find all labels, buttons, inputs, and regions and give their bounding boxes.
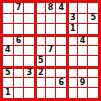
cell-r2c9[interactable]: 5: [88, 14, 98, 24]
cell-r3c1[interactable]: [3, 24, 13, 34]
cell-r5c5[interactable]: 7: [46, 46, 56, 56]
cell-r5c6[interactable]: [56, 46, 66, 56]
cell-r8c7[interactable]: [67, 78, 77, 88]
cell-r5c1[interactable]: 4: [3, 46, 13, 56]
cell-r6c1[interactable]: [3, 56, 13, 66]
cell-r4c6[interactable]: [56, 35, 66, 45]
cell-r7c1[interactable]: 5: [3, 67, 13, 77]
cell-r2c1[interactable]: [3, 14, 13, 24]
cell-r9c5[interactable]: [46, 88, 56, 98]
cell-r3c4[interactable]: [35, 24, 45, 34]
cell-r1c9[interactable]: [88, 3, 98, 13]
cell-r6c6[interactable]: [56, 56, 66, 66]
cell-r9c1[interactable]: 1: [3, 88, 13, 98]
cell-r4c4[interactable]: [35, 35, 45, 45]
cell-r4c9[interactable]: [88, 35, 98, 45]
cell-r5c7[interactable]: [67, 46, 77, 56]
cell-r7c5[interactable]: [46, 67, 56, 77]
cell-r8c8[interactable]: 9: [78, 78, 88, 88]
cell-r8c3[interactable]: [24, 78, 34, 88]
cell-r9c4[interactable]: [35, 88, 45, 98]
cell-r8c6[interactable]: 6: [56, 78, 66, 88]
cell-r1c7[interactable]: [67, 3, 77, 13]
cell-r7c8[interactable]: [78, 67, 88, 77]
cell-r5c9[interactable]: [88, 46, 98, 56]
cell-r8c9[interactable]: [88, 78, 98, 88]
cell-r4c3[interactable]: [24, 35, 34, 45]
cell-r3c5[interactable]: [46, 24, 56, 34]
cell-r3c2[interactable]: [14, 24, 24, 34]
cell-r4c7[interactable]: [67, 35, 77, 45]
cell-r1c4[interactable]: [35, 3, 45, 13]
cell-r4c1[interactable]: [3, 35, 13, 45]
cell-r6c2[interactable]: [14, 56, 24, 66]
cell-r2c8[interactable]: [78, 14, 88, 24]
cell-r5c3[interactable]: [24, 46, 34, 56]
cell-r6c7[interactable]: [67, 56, 77, 66]
cell-r4c8[interactable]: 4: [78, 35, 88, 45]
cell-r1c1[interactable]: [3, 3, 13, 13]
cell-r3c7[interactable]: 1: [67, 24, 77, 34]
cell-r5c2[interactable]: [14, 46, 24, 56]
cell-r7c3[interactable]: 3: [24, 67, 34, 77]
cell-r2c7[interactable]: 3: [67, 14, 77, 24]
cell-r2c6[interactable]: [56, 14, 66, 24]
cell-r2c5[interactable]: [46, 14, 56, 24]
cell-r1c2[interactable]: 7: [14, 3, 24, 13]
sudoku-board: 78435164475532691: [0, 0, 101, 101]
cell-r9c7[interactable]: [67, 88, 77, 98]
cell-r7c2[interactable]: [14, 67, 24, 77]
cell-r6c8[interactable]: [78, 56, 88, 66]
cell-r9c8[interactable]: [78, 88, 88, 98]
cell-r8c4[interactable]: [35, 78, 45, 88]
cell-r6c3[interactable]: [24, 56, 34, 66]
cell-r6c4[interactable]: 5: [35, 56, 45, 66]
cell-r6c5[interactable]: [46, 56, 56, 66]
cell-r6c9[interactable]: [88, 56, 98, 66]
cell-r4c5[interactable]: [46, 35, 56, 45]
cell-r2c2[interactable]: [14, 14, 24, 24]
cell-r1c5[interactable]: 8: [46, 3, 56, 13]
cell-r3c8[interactable]: [78, 24, 88, 34]
cell-r2c4[interactable]: [35, 14, 45, 24]
cell-r7c9[interactable]: [88, 67, 98, 77]
cell-r8c2[interactable]: [14, 78, 24, 88]
cell-r1c6[interactable]: 4: [56, 3, 66, 13]
cell-r9c9[interactable]: [88, 88, 98, 98]
cell-r2c3[interactable]: [24, 14, 34, 24]
cell-r8c1[interactable]: [3, 78, 13, 88]
cell-r1c8[interactable]: [78, 3, 88, 13]
cell-r3c9[interactable]: [88, 24, 98, 34]
cell-r9c3[interactable]: [24, 88, 34, 98]
cell-r3c3[interactable]: [24, 24, 34, 34]
cell-r8c5[interactable]: [46, 78, 56, 88]
cell-r3c6[interactable]: [56, 24, 66, 34]
cell-r7c4[interactable]: 2: [35, 67, 45, 77]
cell-r5c8[interactable]: [78, 46, 88, 56]
cell-r7c6[interactable]: [56, 67, 66, 77]
cell-r5c4[interactable]: [35, 46, 45, 56]
cell-r1c3[interactable]: [24, 3, 34, 13]
cell-r9c6[interactable]: [56, 88, 66, 98]
cell-r9c2[interactable]: [14, 88, 24, 98]
cell-r4c2[interactable]: 6: [14, 35, 24, 45]
cell-r7c7[interactable]: [67, 67, 77, 77]
